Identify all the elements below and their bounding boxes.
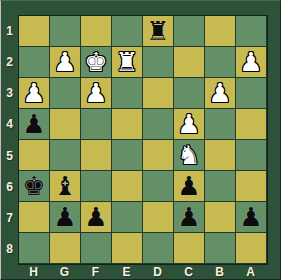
square-d3[interactable] (143, 78, 174, 109)
square-d6[interactable] (143, 171, 174, 202)
square-e2[interactable]: ♜ (112, 47, 143, 78)
square-a7[interactable]: ♟ (236, 202, 267, 233)
piece-white-pawn[interactable]: ♟ (208, 80, 231, 106)
square-h3[interactable]: ♟ (19, 78, 50, 109)
square-d1[interactable]: ♜ (143, 16, 174, 47)
piece-black-pawn[interactable]: ♟ (53, 204, 76, 230)
square-d4[interactable] (143, 109, 174, 140)
rank-label-5: 5 (6, 149, 13, 163)
square-f3[interactable]: ♟ (81, 78, 112, 109)
square-h5[interactable] (19, 140, 50, 171)
square-h8[interactable] (19, 233, 50, 264)
rank-label-6: 6 (6, 180, 13, 194)
square-e6[interactable] (112, 171, 143, 202)
file-label-g: G (60, 265, 69, 279)
square-b4[interactable] (205, 109, 236, 140)
square-c7[interactable]: ♟ (174, 202, 205, 233)
piece-white-knight[interactable]: ♞ (177, 142, 200, 168)
square-b7[interactable] (205, 202, 236, 233)
square-a3[interactable] (236, 78, 267, 109)
file-label-a: A (246, 265, 255, 279)
square-b2[interactable] (205, 47, 236, 78)
square-e3[interactable] (112, 78, 143, 109)
file-label-h: H (29, 265, 38, 279)
square-e7[interactable] (112, 202, 143, 233)
piece-white-king[interactable]: ♚ (84, 49, 107, 75)
rank-labels: 12345678 (1, 15, 18, 265)
file-label-d: D (153, 265, 162, 279)
square-c3[interactable] (174, 78, 205, 109)
file-labels: HGFEDCBA (18, 265, 268, 279)
piece-black-pawn[interactable]: ♟ (177, 173, 200, 199)
square-h7[interactable] (19, 202, 50, 233)
piece-white-pawn[interactable]: ♟ (177, 111, 200, 137)
square-f6[interactable] (81, 171, 112, 202)
square-c1[interactable] (174, 16, 205, 47)
square-c6[interactable]: ♟ (174, 171, 205, 202)
piece-white-pawn[interactable]: ♟ (84, 80, 107, 106)
square-e1[interactable] (112, 16, 143, 47)
piece-black-pawn[interactable]: ♟ (22, 111, 45, 137)
rank-label-8: 8 (6, 242, 13, 256)
rank-label-3: 3 (6, 86, 13, 100)
square-f7[interactable]: ♟ (81, 202, 112, 233)
square-h4[interactable]: ♟ (19, 109, 50, 140)
square-b5[interactable] (205, 140, 236, 171)
file-label-c: C (184, 265, 193, 279)
square-g6[interactable]: ♝ (50, 171, 81, 202)
square-h6[interactable]: ♚ (19, 171, 50, 202)
square-a8[interactable] (236, 233, 267, 264)
rank-label-2: 2 (6, 55, 13, 69)
square-f2[interactable]: ♚ (81, 47, 112, 78)
square-d8[interactable] (143, 233, 174, 264)
square-c2[interactable] (174, 47, 205, 78)
square-d2[interactable] (143, 47, 174, 78)
file-label-e: E (122, 265, 130, 279)
square-g4[interactable] (50, 109, 81, 140)
file-label-b: B (215, 265, 224, 279)
piece-black-pawn[interactable]: ♟ (239, 204, 262, 230)
piece-black-pawn[interactable]: ♟ (177, 204, 200, 230)
rank-label-7: 7 (6, 211, 13, 225)
square-b8[interactable] (205, 233, 236, 264)
square-a1[interactable] (236, 16, 267, 47)
square-e8[interactable] (112, 233, 143, 264)
rank-label-1: 1 (6, 24, 13, 38)
piece-white-rook[interactable]: ♜ (115, 49, 138, 75)
square-f4[interactable] (81, 109, 112, 140)
file-label-f: F (92, 265, 99, 279)
piece-white-pawn[interactable]: ♟ (239, 49, 262, 75)
square-a6[interactable] (236, 171, 267, 202)
square-d5[interactable] (143, 140, 174, 171)
square-f8[interactable] (81, 233, 112, 264)
square-f1[interactable] (81, 16, 112, 47)
piece-black-pawn[interactable]: ♟ (84, 204, 107, 230)
piece-black-bishop[interactable]: ♝ (53, 173, 76, 199)
chess-board: ♜♟♚♜♟♟♟♟♟♟♞♚♝♟♟♟♟♟ (18, 15, 268, 265)
square-b3[interactable]: ♟ (205, 78, 236, 109)
square-e4[interactable] (112, 109, 143, 140)
square-c5[interactable]: ♞ (174, 140, 205, 171)
square-d7[interactable] (143, 202, 174, 233)
square-f5[interactable] (81, 140, 112, 171)
square-g5[interactable] (50, 140, 81, 171)
piece-white-pawn[interactable]: ♟ (53, 49, 76, 75)
piece-white-pawn[interactable]: ♟ (22, 80, 45, 106)
square-g7[interactable]: ♟ (50, 202, 81, 233)
square-a5[interactable] (236, 140, 267, 171)
square-c4[interactable]: ♟ (174, 109, 205, 140)
square-h2[interactable] (19, 47, 50, 78)
square-e5[interactable] (112, 140, 143, 171)
square-c8[interactable] (174, 233, 205, 264)
square-g8[interactable] (50, 233, 81, 264)
square-g2[interactable]: ♟ (50, 47, 81, 78)
piece-black-king[interactable]: ♚ (22, 173, 45, 199)
square-a4[interactable] (236, 109, 267, 140)
square-g1[interactable] (50, 16, 81, 47)
square-b1[interactable] (205, 16, 236, 47)
square-g3[interactable] (50, 78, 81, 109)
piece-black-rook[interactable]: ♜ (146, 18, 169, 44)
square-a2[interactable]: ♟ (236, 47, 267, 78)
chess-board-frame: 12345678 ♜♟♚♜♟♟♟♟♟♟♞♚♝♟♟♟♟♟ HGFEDCBA (0, 0, 281, 280)
square-h1[interactable] (19, 16, 50, 47)
square-b6[interactable] (205, 171, 236, 202)
rank-label-4: 4 (6, 117, 13, 131)
